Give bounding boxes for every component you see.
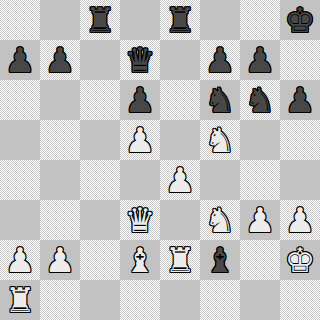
square-h7[interactable] <box>280 40 320 80</box>
square-h6[interactable]: ♟ <box>280 80 320 120</box>
piece-white-knight[interactable]: ♞ <box>205 120 235 160</box>
square-d5[interactable]: ♟ <box>120 120 160 160</box>
piece-black-pawn[interactable]: ♟ <box>245 40 275 80</box>
piece-black-pawn[interactable]: ♟ <box>285 80 315 120</box>
piece-black-pawn[interactable]: ♟ <box>45 40 75 80</box>
square-f3[interactable]: ♞ <box>200 200 240 240</box>
square-b1[interactable] <box>40 280 80 320</box>
square-a7[interactable]: ♟ <box>0 40 40 80</box>
chess-board: ♜♜♚♟♟♛♟♟♟♞♞♟♟♞♟♛♞♟♟♟♟♝♜♝♚♜ <box>0 0 320 320</box>
square-a2[interactable]: ♟ <box>0 240 40 280</box>
piece-white-pawn[interactable]: ♟ <box>245 200 275 240</box>
square-h8[interactable]: ♚ <box>280 0 320 40</box>
square-b3[interactable] <box>40 200 80 240</box>
square-b7[interactable]: ♟ <box>40 40 80 80</box>
square-c1[interactable] <box>80 280 120 320</box>
square-e5[interactable] <box>160 120 200 160</box>
square-c3[interactable] <box>80 200 120 240</box>
square-b2[interactable]: ♟ <box>40 240 80 280</box>
square-h5[interactable] <box>280 120 320 160</box>
square-g4[interactable] <box>240 160 280 200</box>
square-g7[interactable]: ♟ <box>240 40 280 80</box>
square-c8[interactable]: ♜ <box>80 0 120 40</box>
square-g6[interactable]: ♞ <box>240 80 280 120</box>
square-g1[interactable] <box>240 280 280 320</box>
square-d6[interactable]: ♟ <box>120 80 160 120</box>
piece-black-pawn[interactable]: ♟ <box>125 80 155 120</box>
square-a6[interactable] <box>0 80 40 120</box>
piece-white-bishop[interactable]: ♝ <box>125 240 155 280</box>
square-e8[interactable]: ♜ <box>160 0 200 40</box>
square-f2[interactable]: ♝ <box>200 240 240 280</box>
piece-black-knight[interactable]: ♞ <box>245 80 275 120</box>
square-d1[interactable] <box>120 280 160 320</box>
square-a5[interactable] <box>0 120 40 160</box>
square-a4[interactable] <box>0 160 40 200</box>
square-f1[interactable] <box>200 280 240 320</box>
square-g2[interactable] <box>240 240 280 280</box>
square-g5[interactable] <box>240 120 280 160</box>
square-b5[interactable] <box>40 120 80 160</box>
piece-black-bishop[interactable]: ♝ <box>205 240 235 280</box>
piece-black-pawn[interactable]: ♟ <box>5 40 35 80</box>
piece-black-pawn[interactable]: ♟ <box>205 40 235 80</box>
square-d7[interactable]: ♛ <box>120 40 160 80</box>
piece-white-pawn[interactable]: ♟ <box>125 120 155 160</box>
square-f4[interactable] <box>200 160 240 200</box>
square-b8[interactable] <box>40 0 80 40</box>
square-d4[interactable] <box>120 160 160 200</box>
square-c4[interactable] <box>80 160 120 200</box>
square-d8[interactable] <box>120 0 160 40</box>
square-a8[interactable] <box>0 0 40 40</box>
piece-white-rook[interactable]: ♜ <box>165 240 195 280</box>
square-e6[interactable] <box>160 80 200 120</box>
square-f5[interactable]: ♞ <box>200 120 240 160</box>
piece-white-pawn[interactable]: ♟ <box>165 160 195 200</box>
square-c2[interactable] <box>80 240 120 280</box>
square-h3[interactable]: ♟ <box>280 200 320 240</box>
piece-white-pawn[interactable]: ♟ <box>45 240 75 280</box>
square-b6[interactable] <box>40 80 80 120</box>
piece-black-queen[interactable]: ♛ <box>125 40 155 80</box>
piece-black-rook[interactable]: ♜ <box>165 0 195 40</box>
piece-white-queen[interactable]: ♛ <box>125 200 155 240</box>
square-f7[interactable]: ♟ <box>200 40 240 80</box>
piece-black-king[interactable]: ♚ <box>285 0 315 40</box>
piece-white-pawn[interactable]: ♟ <box>5 240 35 280</box>
square-d3[interactable]: ♛ <box>120 200 160 240</box>
square-d2[interactable]: ♝ <box>120 240 160 280</box>
square-a1[interactable]: ♜ <box>0 280 40 320</box>
square-c6[interactable] <box>80 80 120 120</box>
square-e2[interactable]: ♜ <box>160 240 200 280</box>
square-c5[interactable] <box>80 120 120 160</box>
square-e4[interactable]: ♟ <box>160 160 200 200</box>
square-g8[interactable] <box>240 0 280 40</box>
square-e3[interactable] <box>160 200 200 240</box>
piece-white-rook[interactable]: ♜ <box>5 280 35 320</box>
square-e1[interactable] <box>160 280 200 320</box>
piece-white-knight[interactable]: ♞ <box>205 200 235 240</box>
square-h1[interactable] <box>280 280 320 320</box>
square-e7[interactable] <box>160 40 200 80</box>
piece-white-king[interactable]: ♚ <box>285 240 315 280</box>
square-a3[interactable] <box>0 200 40 240</box>
piece-black-knight[interactable]: ♞ <box>205 80 235 120</box>
square-b4[interactable] <box>40 160 80 200</box>
square-h4[interactable] <box>280 160 320 200</box>
square-c7[interactable] <box>80 40 120 80</box>
piece-white-pawn[interactable]: ♟ <box>285 200 315 240</box>
square-f6[interactable]: ♞ <box>200 80 240 120</box>
square-f8[interactable] <box>200 0 240 40</box>
piece-black-rook[interactable]: ♜ <box>85 0 115 40</box>
square-h2[interactable]: ♚ <box>280 240 320 280</box>
square-g3[interactable]: ♟ <box>240 200 280 240</box>
